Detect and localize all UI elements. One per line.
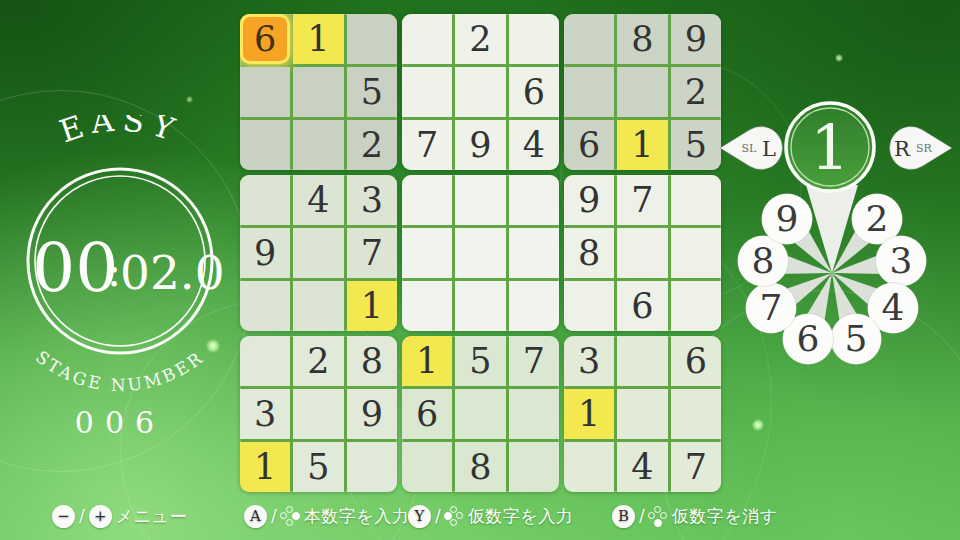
timer-minutes: 00 [32,228,119,307]
cell-r1c3[interactable] [347,14,397,64]
sudoku-box-1: 26794 [402,14,559,170]
sl-label: SL [742,142,758,155]
cell-r1c5[interactable]: 2 [455,14,505,64]
cell-r5c2[interactable] [293,228,343,278]
cell-r5c4[interactable] [402,228,452,278]
cell-r7c2[interactable]: 2 [293,336,343,386]
plus-button-icon: + [89,505,112,528]
decor-bokeh [752,419,764,431]
cell-r6c6[interactable] [509,281,559,331]
erase-pencil-label: 仮数字を消す [672,505,778,528]
cell-r4c1[interactable] [240,175,290,225]
cell-r9c5[interactable]: 8 [455,442,505,492]
wheel-digit-7[interactable]: 7 [746,283,797,334]
cell-r5c5[interactable] [455,228,505,278]
cell-r3c5[interactable]: 9 [455,120,505,170]
enter-number-label: 本数字を入力 [304,505,409,528]
cell-r1c8[interactable]: 8 [617,14,667,64]
cell-r9c3[interactable] [347,442,397,492]
b-button-icon: B [612,505,635,528]
cell-r5c1[interactable]: 9 [240,228,290,278]
cell-r1c1[interactable]: 6 [240,14,290,64]
number-wheel: 2 3 4 5 6 7 8 9 1 SL L [712,95,960,370]
cell-r3c3[interactable]: 2 [347,120,397,170]
cell-r8c8[interactable] [617,389,667,439]
svg-text:8[interactable]: 8 [752,240,775,281]
cell-r7c6[interactable]: 7 [509,336,559,386]
cell-r2c8[interactable] [617,67,667,117]
wheel-digit-3[interactable]: 3 [876,236,927,287]
cell-r4c4[interactable] [402,175,452,225]
cell-r3c8[interactable]: 1 [617,120,667,170]
cell-r7c8[interactable] [617,336,667,386]
cell-r7c1[interactable] [240,336,290,386]
sudoku-box-3: 43971 [240,175,397,331]
cell-r8c7[interactable]: 1 [564,389,614,439]
minus-button-icon: − [52,505,75,528]
cell-r6c3[interactable]: 1 [347,281,397,331]
cell-r4c7[interactable]: 9 [564,175,614,225]
cell-r6c7[interactable] [564,281,614,331]
cell-r4c5[interactable] [455,175,505,225]
cell-r4c3[interactable]: 3 [347,175,397,225]
cell-r9c8[interactable]: 4 [617,442,667,492]
cell-r2c4[interactable] [402,67,452,117]
wheel-digit-9[interactable]: 9 [762,194,813,245]
enter-pencil-label: 仮数字を入力 [468,505,573,528]
cell-r8c1[interactable]: 3 [240,389,290,439]
menu-label: メニュー [116,505,187,528]
decor-bokeh [186,96,193,103]
svg-text:6[interactable]: 6 [797,318,820,359]
cell-r2c3[interactable]: 5 [347,67,397,117]
cell-r3c1[interactable] [240,120,290,170]
cell-r6c4[interactable] [402,281,452,331]
cell-r2c5[interactable] [455,67,505,117]
svg-text:4[interactable]: 4 [882,287,905,328]
sudoku-board: 6152267948926154397197862839151576836147 [240,14,721,492]
cell-r2c6[interactable]: 6 [509,67,559,117]
cell-r2c7[interactable] [564,67,614,117]
r-label: R [894,137,911,161]
sudoku-box-2: 892615 [564,14,721,170]
svg-text:2[interactable]: 2 [866,198,889,239]
y-button-icon: Y [408,505,431,528]
cell-r3c2[interactable] [293,120,343,170]
cell-r8c5[interactable] [455,389,505,439]
wheel-selected-petal [806,185,858,273]
cell-r1c4[interactable] [402,14,452,64]
cell-r4c2[interactable]: 4 [293,175,343,225]
cell-r4c6[interactable] [509,175,559,225]
cell-r5c7[interactable]: 8 [564,228,614,278]
svg-text:9[interactable]: 9 [776,198,799,239]
l-label: L [762,137,776,161]
cell-r9c2[interactable]: 5 [293,442,343,492]
cell-r6c8[interactable]: 6 [617,281,667,331]
cell-r3c7[interactable]: 6 [564,120,614,170]
cell-r8c6[interactable] [509,389,559,439]
sudoku-box-8: 36147 [564,336,721,492]
timer-seconds: 02.0 [120,245,225,300]
svg-text:7[interactable]: 7 [760,287,783,328]
cell-r7c4[interactable]: 1 [402,336,452,386]
face-buttons-right-icon [281,507,300,526]
cell-r5c6[interactable] [509,228,559,278]
cell-r7c3[interactable]: 8 [347,336,397,386]
cell-r2c2[interactable] [293,67,343,117]
sr-label: SR [916,142,933,155]
cell-r8c9[interactable] [671,389,721,439]
l-button[interactable]: SL L [720,127,782,170]
stage-number-value: 006 [75,405,165,440]
sudoku-box-7: 15768 [402,336,559,492]
cell-r1c9[interactable]: 9 [671,14,721,64]
cell-r9c1[interactable]: 1 [240,442,290,492]
face-buttons-left-icon [445,507,464,526]
hint-menu: − / + メニュー [52,502,187,530]
r-button[interactable]: R SR [890,127,952,170]
timer-panel: EASY 00 : 02.0 STAGE NUMBER 006 [10,115,230,445]
hint-enter-pencil: Y / 仮数字を入力 [408,502,573,530]
cell-r5c8[interactable] [617,228,667,278]
cell-r8c4[interactable]: 6 [402,389,452,439]
control-hints-bar: − / + メニュー A / 本数字を入力 Y / 仮数字を入力 B / 仮数字… [0,502,960,532]
cell-r8c3[interactable]: 9 [347,389,397,439]
cell-r1c6[interactable] [509,14,559,64]
cell-r9c4[interactable] [402,442,452,492]
hint-erase-pencil: B / 仮数字を消す [612,502,778,530]
face-buttons-bottom-icon [649,507,668,526]
cell-r6c1[interactable] [240,281,290,331]
decor-bokeh [835,54,843,62]
sudoku-box-0: 6152 [240,14,397,170]
cell-r6c2[interactable] [293,281,343,331]
selected-number-display: 1 [786,103,874,191]
a-button-icon: A [244,505,267,528]
hint-enter-number: A / 本数字を入力 [244,502,409,530]
cell-r9c7[interactable] [564,442,614,492]
svg-text:5[interactable]: 5 [845,318,868,359]
sudoku-box-5: 9786 [564,175,721,331]
cell-r6c5[interactable] [455,281,505,331]
cell-r9c6[interactable] [509,442,559,492]
cell-r5c3[interactable]: 7 [347,228,397,278]
cell-r1c2[interactable]: 1 [293,14,343,64]
cell-r8c2[interactable] [293,389,343,439]
cell-r9c9[interactable]: 7 [671,442,721,492]
cell-r3c4[interactable]: 7 [402,120,452,170]
cell-r1c7[interactable] [564,14,614,64]
wheel-digit-5[interactable]: 5 [831,314,882,365]
cell-r3c6[interactable]: 4 [509,120,559,170]
selected-number: 1 [810,111,849,184]
sudoku-box-6: 283915 [240,336,397,492]
cell-r7c5[interactable]: 5 [455,336,505,386]
difficulty-label: EASY [55,115,186,149]
svg-text:3[interactable]: 3 [890,240,913,281]
sudoku-box-4 [402,175,559,331]
cell-r7c7[interactable]: 3 [564,336,614,386]
cell-r2c1[interactable] [240,67,290,117]
cell-r4c8[interactable]: 7 [617,175,667,225]
